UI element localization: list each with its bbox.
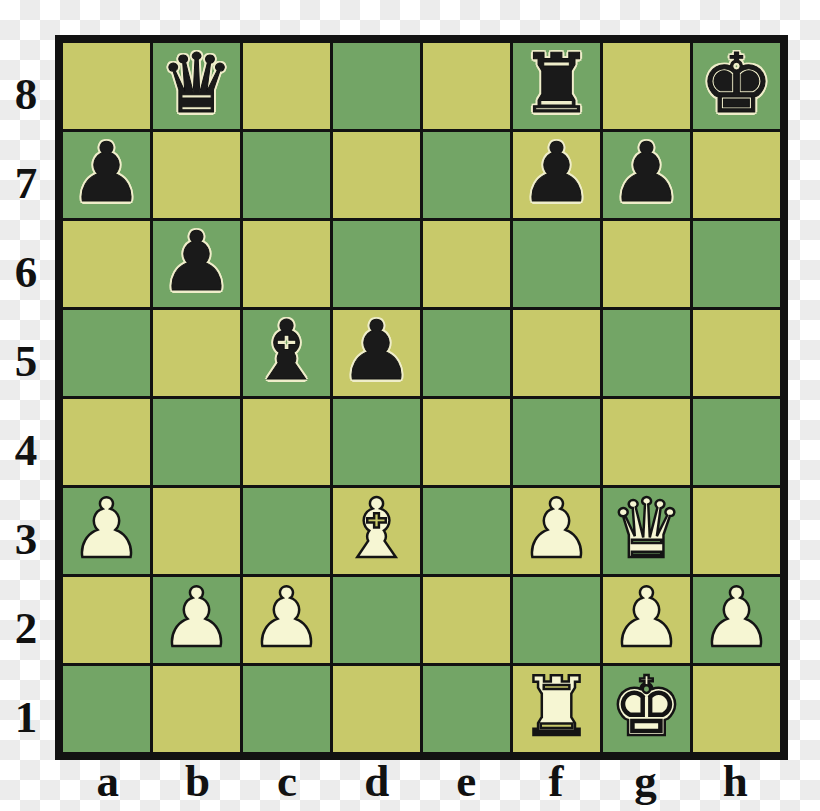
- square-a3[interactable]: ♟: [63, 488, 150, 574]
- white-pawn-g2[interactable]: ♟: [610, 577, 684, 659]
- square-h8[interactable]: ♚: [693, 43, 780, 129]
- file-label-e: e: [422, 755, 512, 807]
- square-f3[interactable]: ♟: [513, 488, 600, 574]
- rank-label-3: 3: [0, 494, 52, 583]
- square-b6[interactable]: ♟: [153, 221, 240, 307]
- square-f6[interactable]: [513, 221, 600, 307]
- file-label-g: g: [601, 755, 691, 807]
- rank-label-4: 4: [0, 405, 52, 494]
- square-h2[interactable]: ♟: [693, 577, 780, 663]
- square-b7[interactable]: [153, 132, 240, 218]
- white-rook-f1[interactable]: ♜: [520, 666, 594, 748]
- square-d2[interactable]: [333, 577, 420, 663]
- square-e4[interactable]: [423, 399, 510, 485]
- square-d1[interactable]: [333, 666, 420, 752]
- white-pawn-f3[interactable]: ♟: [520, 488, 594, 570]
- square-e8[interactable]: [423, 43, 510, 129]
- square-g8[interactable]: [603, 43, 690, 129]
- white-bishop-d3[interactable]: ♝: [340, 488, 414, 570]
- square-b2[interactable]: ♟: [153, 577, 240, 663]
- square-d3[interactable]: ♝: [333, 488, 420, 574]
- black-rook-f8[interactable]: ♜: [520, 43, 594, 125]
- white-pawn-b2[interactable]: ♟: [160, 577, 234, 659]
- square-h5[interactable]: [693, 310, 780, 396]
- square-b3[interactable]: [153, 488, 240, 574]
- square-a6[interactable]: [63, 221, 150, 307]
- rank-labels: 87654321: [0, 43, 52, 755]
- black-pawn-a7[interactable]: ♟: [70, 132, 144, 214]
- square-e3[interactable]: [423, 488, 510, 574]
- square-c3[interactable]: [243, 488, 330, 574]
- square-a8[interactable]: [63, 43, 150, 129]
- square-h1[interactable]: [693, 666, 780, 752]
- black-bishop-c5[interactable]: ♝: [250, 310, 324, 392]
- black-pawn-b6[interactable]: ♟: [160, 221, 234, 303]
- file-label-d: d: [332, 755, 422, 807]
- white-king-g1[interactable]: ♚: [610, 666, 684, 748]
- square-g1[interactable]: ♚: [603, 666, 690, 752]
- square-d7[interactable]: [333, 132, 420, 218]
- square-d8[interactable]: [333, 43, 420, 129]
- square-c4[interactable]: [243, 399, 330, 485]
- chess-diagram: 87654321 ♛♜♚♟♟♟♟♝♟♟♝♟♛♟♟♟♟♜♚ abcdefgh: [0, 0, 820, 811]
- square-g3[interactable]: ♛: [603, 488, 690, 574]
- square-a2[interactable]: [63, 577, 150, 663]
- square-f4[interactable]: [513, 399, 600, 485]
- square-a1[interactable]: [63, 666, 150, 752]
- square-c1[interactable]: [243, 666, 330, 752]
- file-label-a: a: [63, 755, 153, 807]
- square-g5[interactable]: [603, 310, 690, 396]
- square-h3[interactable]: [693, 488, 780, 574]
- square-f8[interactable]: ♜: [513, 43, 600, 129]
- rank-label-5: 5: [0, 316, 52, 405]
- square-c2[interactable]: ♟: [243, 577, 330, 663]
- square-h7[interactable]: [693, 132, 780, 218]
- file-label-h: h: [690, 755, 780, 807]
- square-g4[interactable]: [603, 399, 690, 485]
- rank-label-8: 8: [0, 49, 52, 138]
- rank-label-6: 6: [0, 227, 52, 316]
- chess-board: ♛♜♚♟♟♟♟♝♟♟♝♟♛♟♟♟♟♜♚: [55, 35, 788, 760]
- square-f2[interactable]: [513, 577, 600, 663]
- square-d5[interactable]: ♟: [333, 310, 420, 396]
- rank-label-7: 7: [0, 138, 52, 227]
- square-g2[interactable]: ♟: [603, 577, 690, 663]
- square-c5[interactable]: ♝: [243, 310, 330, 396]
- square-f5[interactable]: [513, 310, 600, 396]
- white-pawn-h2[interactable]: ♟: [700, 577, 774, 659]
- white-pawn-c2[interactable]: ♟: [250, 577, 324, 659]
- black-pawn-d5[interactable]: ♟: [340, 310, 414, 392]
- square-e6[interactable]: [423, 221, 510, 307]
- black-king-h8[interactable]: ♚: [700, 43, 774, 125]
- rank-label-1: 1: [0, 672, 52, 761]
- square-a4[interactable]: [63, 399, 150, 485]
- black-queen-b8[interactable]: ♛: [160, 43, 234, 125]
- file-label-f: f: [511, 755, 601, 807]
- file-label-c: c: [242, 755, 332, 807]
- square-h4[interactable]: [693, 399, 780, 485]
- file-labels: abcdefgh: [63, 755, 780, 807]
- square-g6[interactable]: [603, 221, 690, 307]
- rank-label-2: 2: [0, 583, 52, 672]
- square-b5[interactable]: [153, 310, 240, 396]
- square-b1[interactable]: [153, 666, 240, 752]
- square-a5[interactable]: [63, 310, 150, 396]
- square-e2[interactable]: [423, 577, 510, 663]
- square-c8[interactable]: [243, 43, 330, 129]
- square-d4[interactable]: [333, 399, 420, 485]
- white-pawn-a3[interactable]: ♟: [70, 488, 144, 570]
- black-pawn-g7[interactable]: ♟: [610, 132, 684, 214]
- square-c6[interactable]: [243, 221, 330, 307]
- file-label-b: b: [153, 755, 243, 807]
- square-e1[interactable]: [423, 666, 510, 752]
- white-queen-g3[interactable]: ♛: [610, 488, 684, 570]
- square-g7[interactable]: ♟: [603, 132, 690, 218]
- square-f1[interactable]: ♜: [513, 666, 600, 752]
- square-b4[interactable]: [153, 399, 240, 485]
- square-h6[interactable]: [693, 221, 780, 307]
- square-b8[interactable]: ♛: [153, 43, 240, 129]
- square-c7[interactable]: [243, 132, 330, 218]
- square-e5[interactable]: [423, 310, 510, 396]
- square-a7[interactable]: ♟: [63, 132, 150, 218]
- square-f7[interactable]: ♟: [513, 132, 600, 218]
- square-e7[interactable]: [423, 132, 510, 218]
- square-d6[interactable]: [333, 221, 420, 307]
- black-pawn-f7[interactable]: ♟: [520, 132, 594, 214]
